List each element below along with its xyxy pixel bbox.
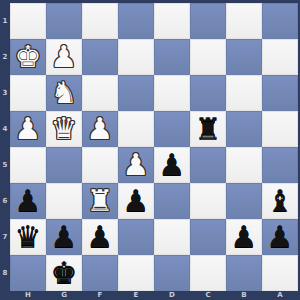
file-label-a: A xyxy=(262,291,298,300)
piece-black-rook-c4[interactable]: ♜ xyxy=(190,111,226,147)
square-h1[interactable] xyxy=(10,3,46,39)
piece-black-pawn-a7[interactable]: ♟ xyxy=(262,219,298,255)
square-c6[interactable] xyxy=(190,183,226,219)
square-c5[interactable] xyxy=(190,147,226,183)
square-c8[interactable] xyxy=(190,255,226,291)
piece-white-king-h2[interactable]: ♚ xyxy=(10,39,46,75)
square-h2[interactable]: ♚ xyxy=(10,39,46,75)
square-f3[interactable] xyxy=(82,75,118,111)
square-a7[interactable]: ♟ xyxy=(262,219,298,255)
square-a5[interactable] xyxy=(262,147,298,183)
piece-white-pawn-h4[interactable]: ♟ xyxy=(10,111,46,147)
square-g2[interactable]: ♟ xyxy=(46,39,82,75)
file-label-h: H xyxy=(10,291,46,300)
piece-black-pawn-g7[interactable]: ♟ xyxy=(46,219,82,255)
square-c3[interactable] xyxy=(190,75,226,111)
square-d8[interactable] xyxy=(154,255,190,291)
square-f7[interactable]: ♟ xyxy=(82,219,118,255)
square-c7[interactable] xyxy=(190,219,226,255)
rank-label-8: 8 xyxy=(0,255,10,291)
square-h8[interactable] xyxy=(10,255,46,291)
square-c1[interactable] xyxy=(190,3,226,39)
square-c2[interactable] xyxy=(190,39,226,75)
piece-black-pawn-h6[interactable]: ♟ xyxy=(10,183,46,219)
rank-label-4: 4 xyxy=(0,111,10,147)
piece-white-rook-f6[interactable]: ♜ xyxy=(82,183,118,219)
piece-white-knight-g3[interactable]: ♞ xyxy=(46,75,82,111)
square-e4[interactable] xyxy=(118,111,154,147)
square-g1[interactable] xyxy=(46,3,82,39)
square-e1[interactable] xyxy=(118,3,154,39)
piece-white-queen-g4[interactable]: ♛ xyxy=(46,111,82,147)
square-b7[interactable]: ♟ xyxy=(226,219,262,255)
rank-label-7: 7 xyxy=(0,219,10,255)
square-a8[interactable] xyxy=(262,255,298,291)
square-h3[interactable] xyxy=(10,75,46,111)
file-label-g: G xyxy=(46,291,82,300)
square-d4[interactable] xyxy=(154,111,190,147)
rank-label-3: 3 xyxy=(0,75,10,111)
rank-label-1: 1 xyxy=(0,3,10,39)
square-h6[interactable]: ♟ xyxy=(10,183,46,219)
piece-black-queen-h7[interactable]: ♛ xyxy=(10,219,46,255)
square-h5[interactable] xyxy=(10,147,46,183)
file-label-c: C xyxy=(190,291,226,300)
chess-board[interactable]: ♚♟♞♟♛♟♜♟♟♟♜♟♝♛♟♟♟♟♚ xyxy=(10,3,298,291)
piece-black-pawn-f7[interactable]: ♟ xyxy=(82,219,118,255)
file-label-e: E xyxy=(118,291,154,300)
square-b6[interactable] xyxy=(226,183,262,219)
file-label-d: D xyxy=(154,291,190,300)
square-e8[interactable] xyxy=(118,255,154,291)
square-e5[interactable]: ♟ xyxy=(118,147,154,183)
square-d5[interactable]: ♟ xyxy=(154,147,190,183)
square-f6[interactable]: ♜ xyxy=(82,183,118,219)
file-labels: HGFEDCBA xyxy=(10,291,298,300)
square-a1[interactable] xyxy=(262,3,298,39)
square-g8[interactable]: ♚ xyxy=(46,255,82,291)
square-b1[interactable] xyxy=(226,3,262,39)
square-f2[interactable] xyxy=(82,39,118,75)
piece-white-pawn-e5[interactable]: ♟ xyxy=(118,147,154,183)
rank-label-6: 6 xyxy=(0,183,10,219)
rank-label-2: 2 xyxy=(0,39,10,75)
file-label-b: B xyxy=(226,291,262,300)
square-e7[interactable] xyxy=(118,219,154,255)
square-d7[interactable] xyxy=(154,219,190,255)
piece-white-pawn-g2[interactable]: ♟ xyxy=(46,39,82,75)
square-g5[interactable] xyxy=(46,147,82,183)
rank-labels: 12345678 xyxy=(0,3,10,291)
piece-black-pawn-e6[interactable]: ♟ xyxy=(118,183,154,219)
square-g4[interactable]: ♛ xyxy=(46,111,82,147)
piece-black-pawn-d5[interactable]: ♟ xyxy=(154,147,190,183)
square-f4[interactable]: ♟ xyxy=(82,111,118,147)
piece-black-bishop-a6[interactable]: ♝ xyxy=(262,183,298,219)
square-a4[interactable] xyxy=(262,111,298,147)
square-b5[interactable] xyxy=(226,147,262,183)
square-b3[interactable] xyxy=(226,75,262,111)
square-h7[interactable]: ♛ xyxy=(10,219,46,255)
square-b8[interactable] xyxy=(226,255,262,291)
square-e3[interactable] xyxy=(118,75,154,111)
square-e6[interactable]: ♟ xyxy=(118,183,154,219)
file-label-f: F xyxy=(82,291,118,300)
square-a3[interactable] xyxy=(262,75,298,111)
square-b2[interactable] xyxy=(226,39,262,75)
chess-diagram: 12345678 ♚♟♞♟♛♟♜♟♟♟♜♟♝♛♟♟♟♟♚ HGFEDCBA xyxy=(0,0,300,300)
square-a6[interactable]: ♝ xyxy=(262,183,298,219)
square-f5[interactable] xyxy=(82,147,118,183)
square-g6[interactable] xyxy=(46,183,82,219)
square-g3[interactable]: ♞ xyxy=(46,75,82,111)
piece-black-pawn-b7[interactable]: ♟ xyxy=(226,219,262,255)
square-b4[interactable] xyxy=(226,111,262,147)
piece-black-king-g8[interactable]: ♚ xyxy=(46,255,82,291)
square-a2[interactable] xyxy=(262,39,298,75)
square-g7[interactable]: ♟ xyxy=(46,219,82,255)
square-c4[interactable]: ♜ xyxy=(190,111,226,147)
piece-white-pawn-f4[interactable]: ♟ xyxy=(82,111,118,147)
square-f8[interactable] xyxy=(82,255,118,291)
square-f1[interactable] xyxy=(82,3,118,39)
square-e2[interactable] xyxy=(118,39,154,75)
square-d3[interactable] xyxy=(154,75,190,111)
square-h4[interactable]: ♟ xyxy=(10,111,46,147)
square-d2[interactable] xyxy=(154,39,190,75)
square-d6[interactable] xyxy=(154,183,190,219)
rank-label-5: 5 xyxy=(0,147,10,183)
square-d1[interactable] xyxy=(154,3,190,39)
